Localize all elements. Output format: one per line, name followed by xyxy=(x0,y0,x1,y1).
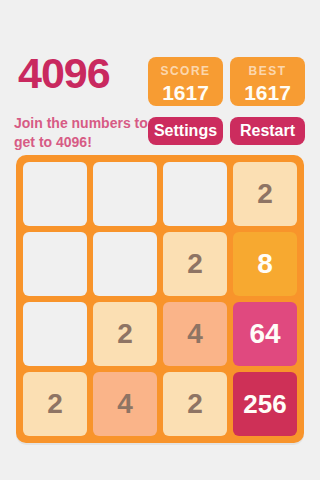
score-label: SCORE xyxy=(160,64,210,78)
game-subtitle-line1: Join the numbers to xyxy=(14,114,148,133)
tile-2: 2 xyxy=(233,162,297,226)
empty-cell xyxy=(23,162,87,226)
empty-cell xyxy=(93,162,157,226)
tile-4: 4 xyxy=(163,302,227,366)
restart-button[interactable]: Restart xyxy=(230,117,305,145)
tile-256: 256 xyxy=(233,372,297,436)
tile-2: 2 xyxy=(23,372,87,436)
best-value: 1617 xyxy=(244,81,291,105)
score-value: 1617 xyxy=(162,81,209,105)
score-box: SCORE 1617 xyxy=(148,57,223,106)
tile-2: 2 xyxy=(163,232,227,296)
app: { "game": "4096 (2048-style sliding tile… xyxy=(0,0,320,480)
tile-2: 2 xyxy=(163,372,227,436)
game-subtitle: Join the numbers to get to 4096! xyxy=(14,114,148,152)
best-label: BEST xyxy=(248,64,286,78)
settings-button[interactable]: Settings xyxy=(148,117,223,145)
tile-64: 64 xyxy=(233,302,297,366)
empty-cell xyxy=(23,232,87,296)
empty-cell xyxy=(23,302,87,366)
tile-4: 4 xyxy=(93,372,157,436)
empty-cell xyxy=(163,162,227,226)
tile-2: 2 xyxy=(93,302,157,366)
game-subtitle-line2: get to 4096! xyxy=(14,133,148,152)
tile-8: 8 xyxy=(233,232,297,296)
empty-cell xyxy=(93,232,157,296)
game-title: 4096 xyxy=(18,49,110,98)
best-box: BEST 1617 xyxy=(230,57,305,106)
game-board[interactable]: 2282464242256 xyxy=(16,155,304,443)
